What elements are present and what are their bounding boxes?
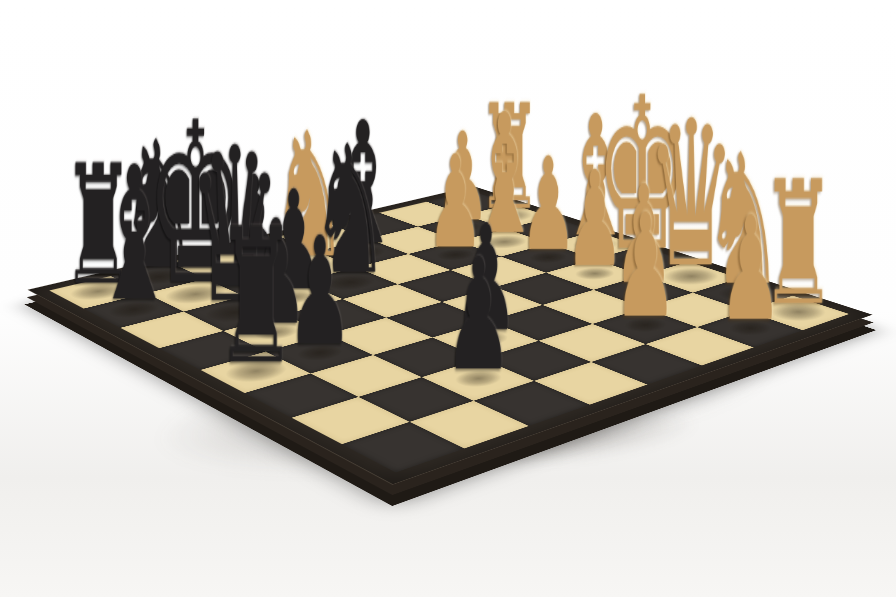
white-pawn-h2: ♟ [718, 198, 782, 342]
black-bishop-b8: ♝ [93, 142, 175, 327]
black-pawn-g6: ♟ [444, 239, 512, 394]
white-pawn-g3: ♟ [613, 196, 676, 339]
photo-scene: ♜♟♝♝♚♟♟♝♛♟♞♞♞♟♟♞♜♜♚♟♝♛♟♟♟♟♟♜♟ [0, 0, 896, 597]
black-rook-e8: ♜ [214, 203, 296, 389]
